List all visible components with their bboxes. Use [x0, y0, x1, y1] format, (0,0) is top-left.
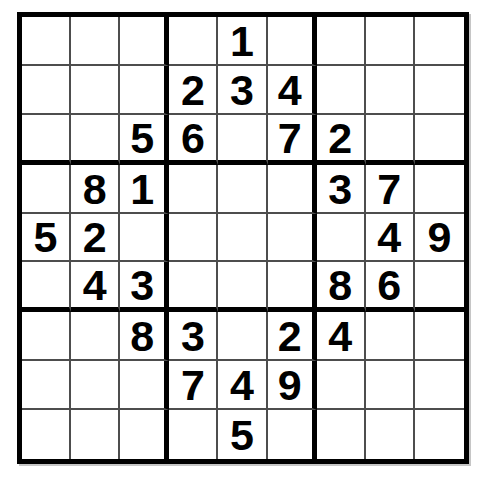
sudoku-board: 1234567281375249438683247495 [17, 12, 469, 464]
cell-r7c7-given-4: 4 [317, 312, 366, 361]
cell-r5c4-empty[interactable] [169, 214, 218, 263]
cell-r6c9-empty[interactable] [415, 262, 464, 312]
cell-r9c9-empty[interactable] [415, 410, 464, 459]
cell-r1c8-empty[interactable] [366, 17, 415, 66]
cell-r3c3-given-5: 5 [120, 115, 169, 165]
cell-r8c2-empty[interactable] [71, 361, 120, 410]
cell-r3c4-given-6: 6 [169, 115, 218, 165]
cell-r2c8-empty[interactable] [366, 66, 415, 115]
cell-r4c1-empty[interactable] [22, 165, 71, 214]
cell-r3c1-empty[interactable] [22, 115, 71, 165]
cell-r5c1-given-5: 5 [22, 214, 71, 263]
cell-r6c6-empty[interactable] [268, 262, 317, 312]
cell-r5c9-given-9: 9 [415, 214, 464, 263]
cell-r1c4-empty[interactable] [169, 17, 218, 66]
page: 1234567281375249438683247495 [0, 0, 480, 480]
cell-r3c2-empty[interactable] [71, 115, 120, 165]
cell-r6c2-given-4: 4 [71, 262, 120, 312]
cell-r5c6-empty[interactable] [268, 214, 317, 263]
cell-r2c4-given-2: 2 [169, 66, 218, 115]
cell-r6c8-given-6: 6 [366, 262, 415, 312]
cell-r6c3-given-3: 3 [120, 262, 169, 312]
cell-r4c8-given-7: 7 [366, 165, 415, 214]
cell-r9c3-empty[interactable] [120, 410, 169, 459]
cell-r7c6-given-2: 2 [268, 312, 317, 361]
cell-r6c4-empty[interactable] [169, 262, 218, 312]
cell-r1c1-empty[interactable] [22, 17, 71, 66]
cell-r2c5-given-3: 3 [218, 66, 267, 115]
cell-r4c2-given-8: 8 [71, 165, 120, 214]
cell-r2c9-empty[interactable] [415, 66, 464, 115]
cell-r9c7-empty[interactable] [317, 410, 366, 459]
cell-r4c7-given-3: 3 [317, 165, 366, 214]
cell-r5c3-empty[interactable] [120, 214, 169, 263]
cell-r7c9-empty[interactable] [415, 312, 464, 361]
cell-r7c1-empty[interactable] [22, 312, 71, 361]
cell-r9c5-given-5: 5 [218, 410, 267, 459]
cell-r1c5-given-1: 1 [218, 17, 267, 66]
cell-r8c6-given-9: 9 [268, 361, 317, 410]
cell-r9c4-empty[interactable] [169, 410, 218, 459]
cell-r3c6-given-7: 7 [268, 115, 317, 165]
cell-r8c8-empty[interactable] [366, 361, 415, 410]
cell-r2c1-empty[interactable] [22, 66, 71, 115]
cell-r1c9-empty[interactable] [415, 17, 464, 66]
cell-r6c1-empty[interactable] [22, 262, 71, 312]
cell-r4c6-empty[interactable] [268, 165, 317, 214]
cell-r2c6-given-4: 4 [268, 66, 317, 115]
cell-r3c7-given-2: 2 [317, 115, 366, 165]
cell-r3c5-empty[interactable] [218, 115, 267, 165]
cell-r4c9-empty[interactable] [415, 165, 464, 214]
cell-r1c6-empty[interactable] [268, 17, 317, 66]
cell-r4c3-given-1: 1 [120, 165, 169, 214]
cell-r5c5-empty[interactable] [218, 214, 267, 263]
cell-r8c7-empty[interactable] [317, 361, 366, 410]
cell-r4c5-empty[interactable] [218, 165, 267, 214]
cell-r5c2-given-2: 2 [71, 214, 120, 263]
cell-r5c7-empty[interactable] [317, 214, 366, 263]
cell-r8c4-given-7: 7 [169, 361, 218, 410]
cell-r9c8-empty[interactable] [366, 410, 415, 459]
cell-r7c3-given-8: 8 [120, 312, 169, 361]
cell-r3c8-empty[interactable] [366, 115, 415, 165]
cell-r7c2-empty[interactable] [71, 312, 120, 361]
cell-r9c6-empty[interactable] [268, 410, 317, 459]
cell-r1c7-empty[interactable] [317, 17, 366, 66]
cell-r9c1-empty[interactable] [22, 410, 71, 459]
cell-r8c1-empty[interactable] [22, 361, 71, 410]
cell-r2c3-empty[interactable] [120, 66, 169, 115]
cell-r6c5-empty[interactable] [218, 262, 267, 312]
cell-r1c3-empty[interactable] [120, 17, 169, 66]
cell-r8c5-given-4: 4 [218, 361, 267, 410]
cell-r7c8-empty[interactable] [366, 312, 415, 361]
cell-r8c3-empty[interactable] [120, 361, 169, 410]
cell-r2c7-empty[interactable] [317, 66, 366, 115]
cell-r4c4-empty[interactable] [169, 165, 218, 214]
cell-r5c8-given-4: 4 [366, 214, 415, 263]
cell-r9c2-empty[interactable] [71, 410, 120, 459]
cell-r2c2-empty[interactable] [71, 66, 120, 115]
cell-r6c7-given-8: 8 [317, 262, 366, 312]
cell-r1c2-empty[interactable] [71, 17, 120, 66]
cell-r7c4-given-3: 3 [169, 312, 218, 361]
cell-r3c9-empty[interactable] [415, 115, 464, 165]
cell-r7c5-empty[interactable] [218, 312, 267, 361]
cell-r8c9-empty[interactable] [415, 361, 464, 410]
